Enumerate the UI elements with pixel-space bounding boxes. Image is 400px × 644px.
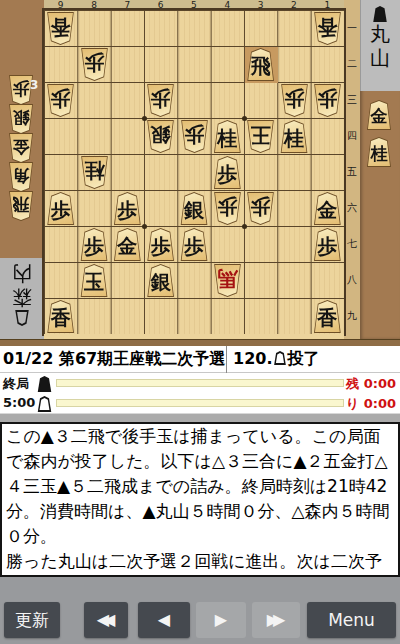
move-number: 120. (233, 349, 272, 368)
commentary-box: この▲３二飛で後手玉は捕まっている。この局面で森内が投了した。以下は△３三合に▲… (0, 422, 400, 577)
star-point (242, 116, 247, 121)
rank-label: 四 (344, 118, 360, 154)
rank-label: 九 (344, 298, 360, 334)
piece-金: 金 (366, 100, 392, 130)
piece-桂: 桂 (366, 137, 392, 167)
piece-飛: 飛 (8, 191, 34, 221)
event-name: 第67期王座戦二次予選 (59, 349, 225, 368)
left-arrow-icon: ◀ (158, 612, 170, 628)
sente-time-bar (56, 379, 344, 387)
piece-桂-44: 桂 (213, 120, 242, 153)
piece-香-11: 香 (313, 12, 342, 45)
next-move-button[interactable]: ▶ (196, 602, 246, 638)
rank-label: 二 (344, 46, 360, 82)
menu-button[interactable]: Menu (307, 602, 396, 638)
sente-clock-label: 終局 (3, 375, 29, 393)
star-point (142, 224, 147, 229)
game-title-text: 01/22 第67期王座戦二次予選 (3, 349, 225, 370)
commentary-paragraph: 勝った丸山は二次予選２回戦に進出。次は二次予選決勝進出を懸けて大石直嗣七段と対戦… (6, 549, 394, 577)
gote-clock-row: 5:00 り 0:00 (0, 393, 400, 413)
piece-歩-45: 歩 (213, 156, 242, 189)
sente-remaining-time: 残 0:00 (346, 375, 396, 393)
control-panel: 更新 ◀◀ ◀ ▶ ▶▶ Menu (0, 577, 400, 644)
rank-label: 一 (344, 10, 360, 46)
piece-香-99: 香 (46, 300, 75, 333)
sente-player: 丸山 (360, 6, 400, 70)
update-button[interactable]: 更新 (4, 602, 60, 638)
piece-歩-54: 歩 (180, 120, 209, 153)
piece-桂-24: 桂 (280, 120, 309, 153)
sente-clock-row: 終局 残 0:00 (0, 373, 400, 393)
sente-marker-icon (373, 6, 388, 22)
piece-歩-46: 歩 (213, 192, 242, 225)
rewind-to-start-button[interactable]: ◀◀ (84, 602, 128, 638)
piece-歩-17: 歩 (313, 228, 342, 261)
piece-銀-68: 銀 (146, 264, 175, 297)
piece-歩-63: 歩 (146, 84, 175, 117)
piece-角: 角 (8, 162, 34, 192)
gote-remaining-time: り 0:00 (346, 395, 396, 413)
gote-time-bar (56, 399, 344, 407)
gote-player: 森内 (0, 262, 44, 326)
previous-move-button[interactable]: ◀ (138, 602, 190, 638)
rank-label: 六 (344, 190, 360, 226)
rank-label: 三 (344, 82, 360, 118)
piece-歩-76: 歩 (113, 192, 142, 225)
game-date: 01/22 (3, 349, 53, 368)
star-point (242, 224, 247, 229)
piece-歩-57: 歩 (180, 228, 209, 261)
separator-band (0, 413, 400, 422)
piece-香-91: 香 (46, 12, 75, 45)
forward-to-end-button[interactable]: ▶▶ (252, 602, 300, 638)
piece-歩-13: 歩 (313, 84, 342, 117)
piece-歩-96: 歩 (46, 192, 75, 225)
gote-clock-label: 5:00 (3, 395, 35, 410)
commentary-paragraph: この▲３二飛で後手玉は捕まっている。この局面で森内が投了した。以下は△３三合に▲… (6, 424, 394, 549)
gote-hand-count: 3 (30, 78, 38, 92)
piece-桂-85: 桂 (80, 156, 109, 189)
piece-金-77: 金 (113, 228, 142, 261)
board-area: 歩3銀金角飛 金桂 987654321 一二三四五六七八九 香香歩飛歩歩歩歩銀歩… (0, 0, 400, 346)
piece-歩-82: 歩 (80, 48, 109, 81)
piece-玉-88: 玉 (80, 264, 109, 297)
board-grid[interactable]: 香香歩飛歩歩歩歩銀歩桂王桂桂歩歩歩銀歩歩金歩金歩歩歩玉銀馬香香 (42, 8, 346, 336)
double-right-arrow-icon: ▶▶ (267, 612, 280, 628)
piece-歩-36: 歩 (246, 192, 275, 225)
piece-銀: 銀 (8, 104, 34, 134)
piece-金-16: 金 (313, 192, 342, 225)
piece-歩-93: 歩 (46, 84, 75, 117)
sente-name-char: 丸 (370, 22, 390, 46)
rank-label: 八 (344, 262, 360, 298)
double-left-arrow-icon: ◀◀ (97, 612, 110, 628)
rank-label: 五 (344, 154, 360, 190)
gote-name-char: 森 (12, 286, 32, 310)
piece-馬-48: 馬 (213, 264, 242, 297)
right-arrow-icon: ▶ (215, 612, 227, 628)
star-point (142, 116, 147, 121)
piece-銀-56: 銀 (180, 192, 209, 225)
rank-labels: 一二三四五六七八九 (344, 0, 360, 339)
piece-歩-23: 歩 (280, 84, 309, 117)
gote-marker-icon (15, 310, 30, 326)
game-title-bar: 01/22 第67期王座戦二次予選 120.投了 (0, 346, 400, 373)
gote-move-marker-icon (273, 351, 286, 365)
piece-歩-67: 歩 (146, 228, 175, 261)
piece-銀-64: 銀 (146, 120, 175, 153)
piece-王-34: 王 (246, 120, 275, 153)
sente-clock-marker-icon (37, 376, 52, 392)
gote-clock-marker-icon (37, 396, 52, 412)
piece-金: 金 (8, 133, 34, 163)
gote-name-char: 内 (12, 262, 32, 286)
last-move-text: 120.投了 (226, 346, 319, 373)
rank-label: 七 (344, 226, 360, 262)
sente-name-char: 山 (370, 46, 390, 70)
board-frame-band (0, 339, 400, 346)
piece-歩-87: 歩 (80, 228, 109, 261)
piece-香-19: 香 (313, 300, 342, 333)
move-label: 投了 (287, 349, 319, 368)
